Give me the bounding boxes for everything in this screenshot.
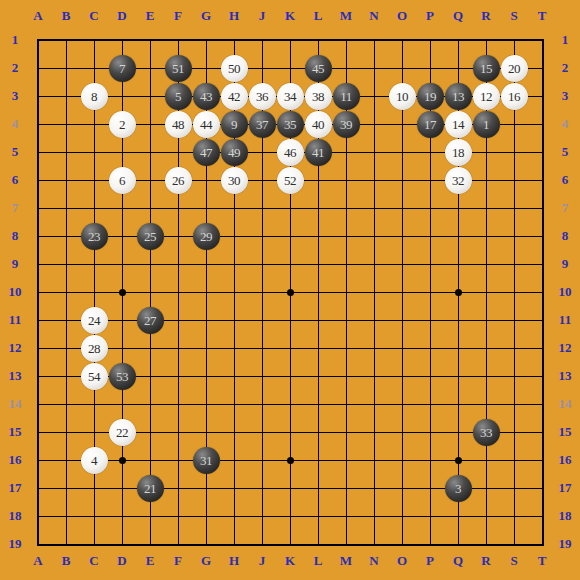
star-point-D10 — [119, 289, 126, 296]
row-label-right-18: 18 — [551, 507, 579, 525]
col-label-top-P: P — [420, 7, 440, 25]
stone-black-19: 19 — [417, 83, 444, 110]
col-label-bottom-L: L — [308, 552, 328, 570]
row-label-left-19: 19 — [1, 535, 29, 553]
row-label-left-6: 6 — [1, 171, 29, 189]
row-label-left-17: 17 — [1, 479, 29, 497]
row-label-right-10: 10 — [551, 283, 579, 301]
stone-white-20: 20 — [501, 55, 528, 82]
row-label-left-14: 14 — [1, 395, 29, 413]
row-label-right-5: 5 — [551, 143, 579, 161]
stone-black-23: 23 — [81, 223, 108, 250]
row-label-left-2: 2 — [1, 59, 29, 77]
stone-white-54: 54 — [81, 363, 108, 390]
row-label-right-7: 7 — [551, 199, 579, 217]
col-label-top-S: S — [504, 7, 524, 25]
row-label-left-16: 16 — [1, 451, 29, 469]
col-label-bottom-E: E — [140, 552, 160, 570]
row-label-right-17: 17 — [551, 479, 579, 497]
stone-white-2: 2 — [109, 111, 136, 138]
col-label-bottom-G: G — [196, 552, 216, 570]
stone-black-25: 25 — [137, 223, 164, 250]
col-label-bottom-S: S — [504, 552, 524, 570]
stone-white-46: 46 — [277, 139, 304, 166]
col-label-top-D: D — [112, 7, 132, 25]
col-label-top-M: M — [336, 7, 356, 25]
col-label-top-F: F — [168, 7, 188, 25]
stone-white-38: 38 — [305, 83, 332, 110]
stone-black-11: 11 — [333, 83, 360, 110]
stone-white-10: 10 — [389, 83, 416, 110]
col-label-bottom-D: D — [112, 552, 132, 570]
row-label-left-12: 12 — [1, 339, 29, 357]
star-point-K10 — [287, 289, 294, 296]
stone-black-35: 35 — [277, 111, 304, 138]
stone-white-18: 18 — [445, 139, 472, 166]
stone-white-14: 14 — [445, 111, 472, 138]
row-label-left-13: 13 — [1, 367, 29, 385]
row-label-right-4: 4 — [551, 115, 579, 133]
col-label-bottom-N: N — [364, 552, 384, 570]
stone-white-50: 50 — [221, 55, 248, 82]
row-label-right-9: 9 — [551, 255, 579, 273]
stone-white-12: 12 — [473, 83, 500, 110]
row-label-left-4: 4 — [1, 115, 29, 133]
stone-black-17: 17 — [417, 111, 444, 138]
stone-black-15: 15 — [473, 55, 500, 82]
star-point-K16 — [287, 457, 294, 464]
col-label-bottom-T: T — [532, 552, 552, 570]
stone-black-3: 3 — [445, 475, 472, 502]
stone-black-21: 21 — [137, 475, 164, 502]
row-label-right-19: 19 — [551, 535, 579, 553]
col-label-top-C: C — [84, 7, 104, 25]
star-point-Q16 — [455, 457, 462, 464]
stone-white-4: 4 — [81, 447, 108, 474]
col-label-top-Q: Q — [448, 7, 468, 25]
col-label-top-O: O — [392, 7, 412, 25]
stone-white-40: 40 — [305, 111, 332, 138]
row-label-left-10: 10 — [1, 283, 29, 301]
col-label-top-G: G — [196, 7, 216, 25]
stone-black-29: 29 — [193, 223, 220, 250]
stone-white-52: 52 — [277, 167, 304, 194]
star-point-D16 — [119, 457, 126, 464]
stone-white-36: 36 — [249, 83, 276, 110]
col-label-bottom-B: B — [56, 552, 76, 570]
stone-white-26: 26 — [165, 167, 192, 194]
row-label-right-2: 2 — [551, 59, 579, 77]
row-label-right-8: 8 — [551, 227, 579, 245]
row-label-left-9: 9 — [1, 255, 29, 273]
col-label-top-E: E — [140, 7, 160, 25]
col-label-bottom-H: H — [224, 552, 244, 570]
row-label-right-3: 3 — [551, 87, 579, 105]
row-label-left-18: 18 — [1, 507, 29, 525]
stone-black-37: 37 — [249, 111, 276, 138]
stone-black-45: 45 — [305, 55, 332, 82]
col-label-bottom-K: K — [280, 552, 300, 570]
row-label-right-13: 13 — [551, 367, 579, 385]
stone-black-43: 43 — [193, 83, 220, 110]
row-label-right-11: 11 — [551, 311, 579, 329]
col-label-bottom-C: C — [84, 552, 104, 570]
stone-black-27: 27 — [137, 307, 164, 334]
row-label-right-14: 14 — [551, 395, 579, 413]
star-point-Q10 — [455, 289, 462, 296]
stone-black-13: 13 — [445, 83, 472, 110]
stone-white-44: 44 — [193, 111, 220, 138]
row-label-left-7: 7 — [1, 199, 29, 217]
stone-white-8: 8 — [81, 83, 108, 110]
col-label-bottom-J: J — [252, 552, 272, 570]
stone-black-7: 7 — [109, 55, 136, 82]
row-label-left-5: 5 — [1, 143, 29, 161]
stone-black-31: 31 — [193, 447, 220, 474]
col-label-top-K: K — [280, 7, 300, 25]
stone-black-33: 33 — [473, 419, 500, 446]
stone-black-41: 41 — [305, 139, 332, 166]
stone-white-22: 22 — [109, 419, 136, 446]
row-label-left-15: 15 — [1, 423, 29, 441]
stone-black-53: 53 — [109, 363, 136, 390]
row-label-right-12: 12 — [551, 339, 579, 357]
stone-black-1: 1 — [473, 111, 500, 138]
stone-white-6: 6 — [109, 167, 136, 194]
col-label-top-H: H — [224, 7, 244, 25]
row-label-left-3: 3 — [1, 87, 29, 105]
row-label-right-1: 1 — [551, 31, 579, 49]
col-label-bottom-O: O — [392, 552, 412, 570]
intersection-grid: 1234567891011121314151617181920212223242… — [24, 26, 556, 558]
row-label-left-11: 11 — [1, 311, 29, 329]
stone-black-47: 47 — [193, 139, 220, 166]
stone-black-51: 51 — [165, 55, 192, 82]
stone-white-30: 30 — [221, 167, 248, 194]
col-label-bottom-R: R — [476, 552, 496, 570]
row-label-left-8: 8 — [1, 227, 29, 245]
stone-black-9: 9 — [221, 111, 248, 138]
stone-white-28: 28 — [81, 335, 108, 362]
stone-white-34: 34 — [277, 83, 304, 110]
stone-white-48: 48 — [165, 111, 192, 138]
col-label-top-T: T — [532, 7, 552, 25]
stone-white-32: 32 — [445, 167, 472, 194]
row-label-right-16: 16 — [551, 451, 579, 469]
row-label-left-1: 1 — [1, 31, 29, 49]
col-label-bottom-M: M — [336, 552, 356, 570]
col-label-bottom-Q: Q — [448, 552, 468, 570]
stone-black-49: 49 — [221, 139, 248, 166]
col-label-top-L: L — [308, 7, 328, 25]
stone-white-24: 24 — [81, 307, 108, 334]
col-label-top-N: N — [364, 7, 384, 25]
col-label-bottom-F: F — [168, 552, 188, 570]
stone-black-5: 5 — [165, 83, 192, 110]
stone-white-42: 42 — [221, 83, 248, 110]
col-label-top-R: R — [476, 7, 496, 25]
col-label-top-B: B — [56, 7, 76, 25]
col-label-bottom-P: P — [420, 552, 440, 570]
row-label-right-15: 15 — [551, 423, 579, 441]
col-label-bottom-A: A — [28, 552, 48, 570]
col-label-top-A: A — [28, 7, 48, 25]
go-board[interactable]: 1234567891011121314151617181920212223242… — [0, 0, 580, 580]
row-label-right-6: 6 — [551, 171, 579, 189]
stone-black-39: 39 — [333, 111, 360, 138]
col-label-top-J: J — [252, 7, 272, 25]
stone-white-16: 16 — [501, 83, 528, 110]
